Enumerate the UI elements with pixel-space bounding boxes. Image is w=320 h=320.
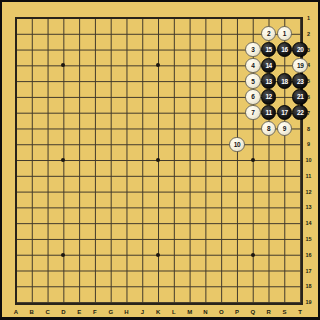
stone-black-20: 20 — [292, 42, 307, 57]
row-label-12: 12 — [302, 184, 315, 200]
col-label-E: E — [71, 307, 87, 317]
stone-black-11: 11 — [261, 105, 276, 120]
stone-white-5: 5 — [245, 73, 260, 88]
go-board[interactable]: 1234567891011121314151617181920212223 AB… — [2, 2, 318, 317]
col-label-N: N — [198, 307, 214, 317]
stone-white-7: 7 — [245, 105, 260, 120]
col-label-A: A — [8, 307, 24, 317]
row-label-15: 15 — [302, 231, 315, 247]
col-label-H: H — [119, 307, 135, 317]
stone-black-17: 17 — [277, 105, 292, 120]
row-label-9: 9 — [302, 136, 315, 152]
stone-black-14: 14 — [261, 58, 276, 73]
row-label-11: 11 — [302, 168, 315, 184]
stone-white-1: 1 — [277, 26, 292, 41]
col-label-M: M — [182, 307, 198, 317]
col-label-J: J — [134, 307, 150, 317]
col-label-G: G — [103, 307, 119, 317]
row-label-19: 19 — [302, 294, 315, 310]
stone-white-6: 6 — [245, 89, 260, 104]
col-label-F: F — [87, 307, 103, 317]
stone-black-21: 21 — [292, 89, 307, 104]
stone-white-9: 9 — [277, 121, 292, 136]
row-label-16: 16 — [302, 247, 315, 263]
col-label-B: B — [24, 307, 40, 317]
screenshot-frame: 1234567891011121314151617181920212223 AB… — [0, 0, 320, 320]
stone-black-18: 18 — [277, 73, 292, 88]
col-label-R: R — [261, 307, 277, 317]
col-label-K: K — [150, 307, 166, 317]
row-label-14: 14 — [302, 215, 315, 231]
stone-white-10: 10 — [229, 137, 244, 152]
stones-layer: 1234567891011121314151617181920212223 — [8, 10, 308, 310]
col-label-P: P — [229, 307, 245, 317]
stone-white-4: 4 — [245, 58, 260, 73]
row-label-10: 10 — [302, 152, 315, 168]
row-label-18: 18 — [302, 279, 315, 295]
row-label-1: 1 — [302, 10, 315, 26]
stone-black-15: 15 — [261, 42, 276, 57]
col-label-D: D — [55, 307, 71, 317]
column-labels: ABCDEFGHJKLMNOPQRST — [8, 307, 308, 317]
row-label-8: 8 — [302, 121, 315, 137]
row-label-13: 13 — [302, 200, 315, 216]
row-label-2: 2 — [302, 26, 315, 42]
row-label-17: 17 — [302, 263, 315, 279]
col-label-O: O — [213, 307, 229, 317]
stone-black-16: 16 — [277, 42, 292, 57]
stone-black-12: 12 — [261, 89, 276, 104]
col-label-Q: Q — [245, 307, 261, 317]
stone-black-23: 23 — [292, 73, 307, 88]
stone-white-19: 19 — [292, 58, 307, 73]
stone-white-8: 8 — [261, 121, 276, 136]
col-label-C: C — [40, 307, 56, 317]
col-label-L: L — [166, 307, 182, 317]
stone-white-2: 2 — [261, 26, 276, 41]
col-label-S: S — [277, 307, 293, 317]
stone-white-3: 3 — [245, 42, 260, 57]
stone-black-13: 13 — [261, 73, 276, 88]
